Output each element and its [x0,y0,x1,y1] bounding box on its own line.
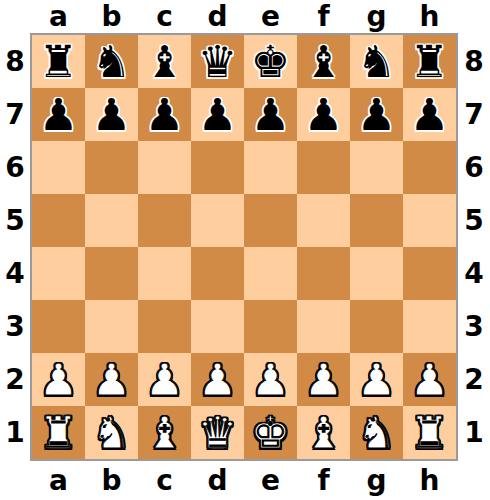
square-f7[interactable]: ♟ [297,88,350,141]
piece-black-pawn[interactable]: ♟ [92,88,131,141]
square-e5[interactable] [244,194,297,247]
square-d4[interactable] [191,247,244,300]
piece-black-bishop[interactable]: ♝ [145,35,184,88]
square-e3[interactable] [244,300,297,353]
piece-white-pawn[interactable]: ♟ [145,353,184,406]
piece-black-pawn[interactable]: ♟ [304,88,343,141]
piece-black-rook[interactable]: ♜ [39,35,78,88]
rank-label-left-3: 3 [0,300,30,353]
square-c8[interactable]: ♝ [138,35,191,88]
piece-white-pawn[interactable]: ♟ [92,353,131,406]
square-h2[interactable]: ♟ [403,353,456,406]
piece-white-pawn[interactable]: ♟ [304,353,343,406]
square-d8[interactable]: ♛ [191,35,244,88]
piece-white-rook[interactable]: ♜ [39,406,78,459]
square-g4[interactable] [350,247,403,300]
piece-black-pawn[interactable]: ♟ [251,88,290,141]
square-g1[interactable]: ♞ [350,406,403,459]
square-a4[interactable] [32,247,85,300]
square-f1[interactable]: ♝ [297,406,350,459]
square-h6[interactable] [403,141,456,194]
piece-white-rook[interactable]: ♜ [410,406,449,459]
rank-labels-right: 87654321 [458,35,490,459]
rank-label-right-7: 7 [458,88,490,141]
piece-black-pawn[interactable]: ♟ [145,88,184,141]
file-label-bottom-d: d [191,461,244,500]
file-label-top-f: f [297,0,350,33]
file-label-top-c: c [138,0,191,33]
piece-white-bishop[interactable]: ♝ [304,406,343,459]
square-f5[interactable] [297,194,350,247]
rank-label-right-4: 4 [458,247,490,300]
square-b1[interactable]: ♞ [85,406,138,459]
piece-black-pawn[interactable]: ♟ [410,88,449,141]
file-label-bottom-b: b [85,461,138,500]
rank-labels-left: 87654321 [0,35,30,459]
rank-label-right-6: 6 [458,141,490,194]
square-d3[interactable] [191,300,244,353]
rank-label-left-6: 6 [0,141,30,194]
square-h3[interactable] [403,300,456,353]
square-d6[interactable] [191,141,244,194]
square-h1[interactable]: ♜ [403,406,456,459]
square-e2[interactable]: ♟ [244,353,297,406]
square-d2[interactable]: ♟ [191,353,244,406]
rank-label-left-5: 5 [0,194,30,247]
square-a6[interactable] [32,141,85,194]
rank-label-left-1: 1 [0,406,30,459]
square-g6[interactable] [350,141,403,194]
square-c6[interactable] [138,141,191,194]
square-a5[interactable] [32,194,85,247]
square-d5[interactable] [191,194,244,247]
square-a2[interactable]: ♟ [32,353,85,406]
square-c2[interactable]: ♟ [138,353,191,406]
rank-label-right-5: 5 [458,194,490,247]
rank-label-right-3: 3 [458,300,490,353]
square-a3[interactable] [32,300,85,353]
piece-black-rook[interactable]: ♜ [410,35,449,88]
square-h8[interactable]: ♜ [403,35,456,88]
square-f2[interactable]: ♟ [297,353,350,406]
piece-white-pawn[interactable]: ♟ [357,353,396,406]
file-label-bottom-h: h [403,461,456,500]
square-h5[interactable] [403,194,456,247]
piece-black-pawn[interactable]: ♟ [39,88,78,141]
piece-white-pawn[interactable]: ♟ [251,353,290,406]
piece-black-knight[interactable]: ♞ [92,35,131,88]
file-label-top-d: d [191,0,244,33]
square-g5[interactable] [350,194,403,247]
piece-white-bishop[interactable]: ♝ [145,406,184,459]
square-h7[interactable]: ♟ [403,88,456,141]
piece-black-pawn[interactable]: ♟ [198,88,237,141]
file-label-bottom-a: a [32,461,85,500]
square-b8[interactable]: ♞ [85,35,138,88]
file-label-top-g: g [350,0,403,33]
square-b5[interactable] [85,194,138,247]
file-labels-bottom: abcdefgh [32,461,456,500]
rank-label-right-1: 1 [458,406,490,459]
file-labels-top: abcdefgh [32,0,456,33]
square-d1[interactable]: ♛ [191,406,244,459]
square-e8[interactable]: ♚ [244,35,297,88]
rank-label-left-2: 2 [0,353,30,406]
chessboard-diagram: abcdefgh 87654321 87654321 ♜♞♝♛♚♝♞♜♟♟♟♟♟… [0,0,490,500]
square-f6[interactable] [297,141,350,194]
piece-black-bishop[interactable]: ♝ [304,35,343,88]
rank-label-left-4: 4 [0,247,30,300]
square-e6[interactable] [244,141,297,194]
square-a7[interactable]: ♟ [32,88,85,141]
file-label-bottom-g: g [350,461,403,500]
file-label-top-a: a [32,0,85,33]
rank-label-right-8: 8 [458,35,490,88]
file-label-top-e: e [244,0,297,33]
square-b6[interactable] [85,141,138,194]
rank-label-right-2: 2 [458,353,490,406]
square-f8[interactable]: ♝ [297,35,350,88]
square-g2[interactable]: ♟ [350,353,403,406]
square-c7[interactable]: ♟ [138,88,191,141]
square-e4[interactable] [244,247,297,300]
square-a8[interactable]: ♜ [32,35,85,88]
square-c4[interactable] [138,247,191,300]
square-b7[interactable]: ♟ [85,88,138,141]
piece-black-queen[interactable]: ♛ [198,35,237,88]
file-label-bottom-f: f [297,461,350,500]
file-label-top-b: b [85,0,138,33]
square-b4[interactable] [85,247,138,300]
file-label-bottom-e: e [244,461,297,500]
square-c1[interactable]: ♝ [138,406,191,459]
square-b2[interactable]: ♟ [85,353,138,406]
piece-black-knight[interactable]: ♞ [357,35,396,88]
square-a1[interactable]: ♜ [32,406,85,459]
square-h4[interactable] [403,247,456,300]
square-e1[interactable]: ♚ [244,406,297,459]
rank-label-left-8: 8 [0,35,30,88]
file-label-top-h: h [403,0,456,33]
square-e7[interactable]: ♟ [244,88,297,141]
file-label-bottom-c: c [138,461,191,500]
piece-black-pawn[interactable]: ♟ [357,88,396,141]
piece-white-pawn[interactable]: ♟ [39,353,78,406]
piece-white-queen[interactable]: ♛ [198,406,237,459]
piece-white-king[interactable]: ♚ [251,406,290,459]
piece-white-pawn[interactable]: ♟ [410,353,449,406]
square-g7[interactable]: ♟ [350,88,403,141]
piece-white-knight[interactable]: ♞ [357,406,396,459]
piece-white-pawn[interactable]: ♟ [198,353,237,406]
piece-black-king[interactable]: ♚ [251,35,290,88]
square-f4[interactable] [297,247,350,300]
board: ♜♞♝♛♚♝♞♜♟♟♟♟♟♟♟♟♟♟♟♟♟♟♟♟♜♞♝♛♚♝♞♜ [30,33,458,461]
square-f3[interactable] [297,300,350,353]
square-d7[interactable]: ♟ [191,88,244,141]
square-g3[interactable] [350,300,403,353]
square-c3[interactable] [138,300,191,353]
square-b3[interactable] [85,300,138,353]
rank-label-left-7: 7 [0,88,30,141]
piece-white-knight[interactable]: ♞ [92,406,131,459]
square-g8[interactable]: ♞ [350,35,403,88]
square-c5[interactable] [138,194,191,247]
